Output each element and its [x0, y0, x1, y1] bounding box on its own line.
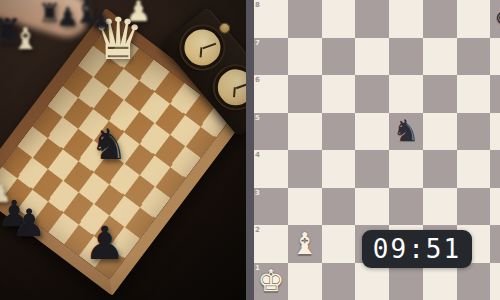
square-h4[interactable]: [490, 150, 500, 188]
rank-label-7: 7: [255, 39, 260, 47]
photo-panel: ♛♞♟♟♝♜♜♟♝♟♟♟♟: [0, 0, 250, 300]
square-h5[interactable]: [490, 113, 500, 151]
square-b7[interactable]: [288, 38, 322, 76]
square-c5[interactable]: [322, 113, 356, 151]
square-f4[interactable]: [423, 150, 457, 188]
black-rook-captured: ♜: [0, 14, 22, 48]
white-bishop-b2[interactable]: ♝: [288, 225, 322, 263]
black-king-h8[interactable]: ♚: [490, 0, 500, 38]
square-d1[interactable]: [355, 263, 389, 300]
square-f1[interactable]: [423, 263, 457, 300]
square-b6[interactable]: [288, 75, 322, 113]
square-g6[interactable]: [457, 75, 491, 113]
square-c8[interactable]: [322, 0, 356, 38]
square-f6[interactable]: [423, 75, 457, 113]
rank-labels: 87654321: [255, 0, 265, 300]
rank-label-8: 8: [255, 1, 260, 9]
square-h3[interactable]: [490, 188, 500, 226]
square-b3[interactable]: [288, 188, 322, 226]
rank-label-1: 1: [255, 264, 260, 272]
black-knight-e5[interactable]: ♞: [389, 113, 423, 151]
square-d8[interactable]: [355, 0, 389, 38]
square-f7[interactable]: [423, 38, 457, 76]
square-c1[interactable]: [322, 263, 356, 300]
square-c3[interactable]: [322, 188, 356, 226]
square-d4[interactable]: [355, 150, 389, 188]
square-g7[interactable]: [457, 38, 491, 76]
square-c4[interactable]: [322, 150, 356, 188]
square-h7[interactable]: [490, 38, 500, 76]
clock-overlay: 09:51: [362, 230, 472, 268]
square-f8[interactable]: [423, 0, 457, 38]
square-b8[interactable]: [288, 0, 322, 38]
white-pawn-captured: ♟: [126, 0, 151, 26]
thumbnail: ♛♞♟♟♝♜♜♟♝♟♟♟♟ ♚♞♝♚ 87654321 09:51: [0, 0, 500, 300]
square-g1[interactable]: [457, 263, 491, 300]
rank-label-4: 4: [255, 151, 260, 159]
square-g4[interactable]: [457, 150, 491, 188]
photo-pieces: ♛♞♟♟♝♜♜♟♝♟♟♟♟: [0, 0, 250, 300]
square-b4[interactable]: [288, 150, 322, 188]
digital-panel: ♚♞♝♚ 87654321 09:51: [250, 0, 500, 300]
square-c2[interactable]: [322, 225, 356, 263]
square-d5[interactable]: [355, 113, 389, 151]
square-b1[interactable]: [288, 263, 322, 300]
square-f5[interactable]: [423, 113, 457, 151]
square-h2[interactable]: [490, 225, 500, 263]
square-d7[interactable]: [355, 38, 389, 76]
black-piece-row-4: ♟: [90, 8, 112, 32]
square-f3[interactable]: [423, 188, 457, 226]
square-e3[interactable]: [389, 188, 423, 226]
square-c7[interactable]: [322, 38, 356, 76]
black-pawn-captured-2: ♟: [12, 204, 46, 242]
square-e6[interactable]: [389, 75, 423, 113]
square-d6[interactable]: [355, 75, 389, 113]
rank-label-3: 3: [255, 189, 260, 197]
square-e7[interactable]: [389, 38, 423, 76]
square-d3[interactable]: [355, 188, 389, 226]
square-h1[interactable]: [490, 263, 500, 300]
rank-label-2: 2: [255, 226, 260, 234]
square-h6[interactable]: [490, 75, 500, 113]
square-b5[interactable]: [288, 113, 322, 151]
square-e1[interactable]: [389, 263, 423, 300]
panel-divider: [246, 0, 254, 300]
square-g5[interactable]: [457, 113, 491, 151]
square-e8[interactable]: [389, 0, 423, 38]
rank-label-5: 5: [255, 114, 260, 122]
black-pawn-on-board: ♟: [84, 220, 125, 266]
square-c6[interactable]: [322, 75, 356, 113]
square-g3[interactable]: [457, 188, 491, 226]
square-e4[interactable]: [389, 150, 423, 188]
black-knight-on-board: ♞: [90, 124, 128, 166]
rank-label-6: 6: [255, 76, 260, 84]
clock-time: 09:51: [373, 234, 461, 264]
square-g8[interactable]: [457, 0, 491, 38]
